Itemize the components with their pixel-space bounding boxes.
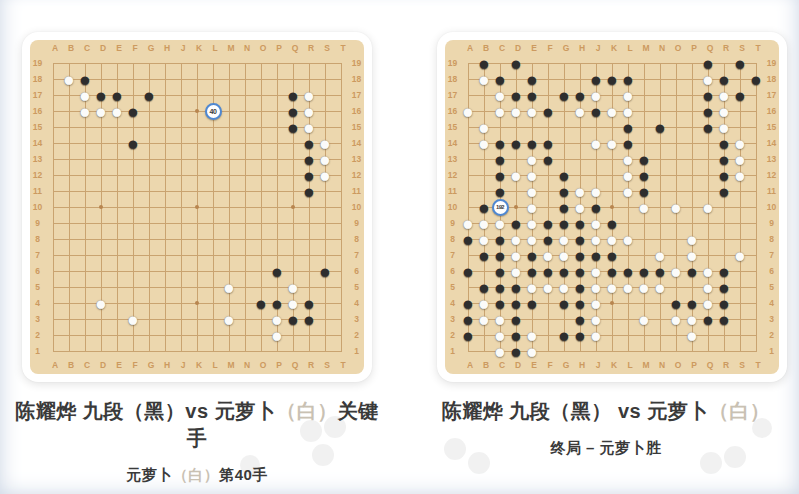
white-stone: ● xyxy=(524,279,540,295)
coord-label: N xyxy=(654,359,670,372)
coord-label: F xyxy=(127,359,143,372)
white-stone: ● xyxy=(221,311,237,327)
coord-label: 18 xyxy=(32,71,43,87)
coord-label: R xyxy=(718,359,734,372)
coord-label: 11 xyxy=(351,183,362,199)
coord-label: M xyxy=(223,359,239,372)
coord-label: 8 xyxy=(447,231,458,247)
coord-label: P xyxy=(271,359,287,372)
board-grid: ●●●●●●●●●●●●●●●●●●●●●●●●●●●●●●●●●●●●●●●●… xyxy=(460,55,764,359)
coord-label: S xyxy=(319,359,335,372)
goban-right: ABCDEFGHJKLMNOPQRST191817161514131211109… xyxy=(445,40,779,374)
black-stone: ● xyxy=(556,87,572,103)
black-stone: ● xyxy=(508,343,524,359)
white-stone: ● xyxy=(604,231,620,247)
coord-label: 6 xyxy=(766,263,777,279)
coord-label: G xyxy=(558,42,574,55)
caption-part-light: （白） xyxy=(709,400,771,422)
coord-label: P xyxy=(686,359,702,372)
goban-left: ABCDEFGHJKLMNOPQRST191817161514131211109… xyxy=(30,40,364,374)
coord-label: D xyxy=(95,359,111,372)
white-stone: ● xyxy=(620,279,636,295)
coord-label: 19 xyxy=(32,55,43,71)
black-stone: ● xyxy=(652,119,668,135)
white-stone: ● xyxy=(604,135,620,151)
coord-label: 1 xyxy=(351,343,362,359)
coord-label: N xyxy=(239,42,255,55)
white-stone: ● xyxy=(700,71,716,87)
coord-label: 1 xyxy=(766,343,777,359)
coord-label: Q xyxy=(287,359,303,372)
white-stone: ● xyxy=(460,103,476,119)
white-stone: ● xyxy=(700,199,716,215)
coord-label: Q xyxy=(702,359,718,372)
board-card-left: ABCDEFGHJKLMNOPQRST191817161514131211109… xyxy=(22,32,372,382)
white-stone: ● xyxy=(588,231,604,247)
white-stone: ● xyxy=(524,343,540,359)
coord-label: 4 xyxy=(447,295,458,311)
white-stone: ● xyxy=(732,167,748,183)
white-stone: ● xyxy=(317,167,333,183)
coord-label: 13 xyxy=(32,151,43,167)
coord-label: O xyxy=(255,42,271,55)
caption-part: 终局 – 元萝卜胜 xyxy=(550,439,661,456)
coord-label: 13 xyxy=(351,151,362,167)
black-stone: ● xyxy=(748,71,764,87)
coord-label: A xyxy=(462,42,478,55)
white-stone: ● xyxy=(476,311,492,327)
coord-label: 9 xyxy=(766,215,777,231)
coord-label: K xyxy=(606,42,622,55)
coord-label: 10 xyxy=(447,199,458,215)
black-stone: ● xyxy=(125,135,141,151)
coord-label: H xyxy=(159,42,175,55)
coord-label: T xyxy=(335,42,351,55)
coord-label: M xyxy=(638,359,654,372)
coord-label: 9 xyxy=(351,215,362,231)
white-stone: ● xyxy=(572,103,588,119)
white-stone: ● xyxy=(636,311,652,327)
white-stone: ● xyxy=(716,119,732,135)
coord-label: 12 xyxy=(32,167,43,183)
coord-label: P xyxy=(271,42,287,55)
coord-label: 7 xyxy=(447,247,458,263)
star-point xyxy=(610,301,614,305)
board-card-right: ABCDEFGHJKLMNOPQRST191817161514131211109… xyxy=(437,32,787,382)
black-stone: ● xyxy=(141,87,157,103)
white-stone: ● xyxy=(588,183,604,199)
coord-label: G xyxy=(143,359,159,372)
coord-label: 12 xyxy=(447,167,458,183)
coord-label: 18 xyxy=(447,71,458,87)
coord-label: S xyxy=(734,359,750,372)
white-stone: ● xyxy=(125,311,141,327)
white-stone: ● xyxy=(732,247,748,263)
black-stone: ● xyxy=(285,119,301,135)
white-stone: ● xyxy=(588,327,604,343)
coord-label: 14 xyxy=(447,135,458,151)
white-stone: ● xyxy=(301,119,317,135)
caption-part: 元萝卜 xyxy=(126,466,173,483)
white-stone: ● xyxy=(109,103,125,119)
coord-label: L xyxy=(622,359,638,372)
black-stone: ● xyxy=(125,103,141,119)
coord-label: 6 xyxy=(351,263,362,279)
coord-label: 4 xyxy=(766,295,777,311)
coord-label: 19 xyxy=(447,55,458,71)
black-stone: ● xyxy=(508,55,524,71)
white-stone: ● xyxy=(668,311,684,327)
coord-label: 7 xyxy=(32,247,43,263)
coord-label: T xyxy=(335,359,351,372)
white-stone: ● xyxy=(684,327,700,343)
coord-label: K xyxy=(606,359,622,372)
white-stone: ● xyxy=(620,183,636,199)
white-stone: ● xyxy=(652,247,668,263)
white-stone: ● xyxy=(540,279,556,295)
coord-label: 7 xyxy=(351,247,362,263)
coord-label: 11 xyxy=(32,183,43,199)
coord-label: 13 xyxy=(766,151,777,167)
coord-label: G xyxy=(558,359,574,372)
white-stone: ● xyxy=(61,71,77,87)
star-point xyxy=(99,205,103,209)
white-stone: ● xyxy=(604,103,620,119)
caption-right: 陈耀烨 九段（黑） vs 元萝卜（白） 终局 – 元萝卜胜 xyxy=(430,398,782,458)
white-stone: ● xyxy=(636,279,652,295)
black-stone: ● xyxy=(572,327,588,343)
coord-label: B xyxy=(63,42,79,55)
coord-label: 15 xyxy=(766,119,777,135)
coord-label: 5 xyxy=(766,279,777,295)
coord-label: 19 xyxy=(766,55,777,71)
white-stone: ● xyxy=(508,103,524,119)
black-stone: ● xyxy=(732,55,748,71)
coord-label: 16 xyxy=(766,103,777,119)
coord-label: 12 xyxy=(351,167,362,183)
coord-label: E xyxy=(526,42,542,55)
coord-label: C xyxy=(79,359,95,372)
coord-label: 15 xyxy=(351,119,362,135)
caption-part: 第40手 xyxy=(219,466,268,483)
black-stone: ● xyxy=(556,327,572,343)
white-stone: ● xyxy=(668,199,684,215)
white-stone: ● xyxy=(652,279,668,295)
caption-part-light: （白） xyxy=(173,466,220,483)
white-stone: ● xyxy=(285,295,301,311)
coord-label: M xyxy=(223,42,239,55)
white-stone: ● xyxy=(620,103,636,119)
coord-label: N xyxy=(239,359,255,372)
black-stone: ● xyxy=(540,151,556,167)
coord-label: F xyxy=(542,42,558,55)
black-stone: ● xyxy=(716,183,732,199)
coord-label: N xyxy=(654,42,670,55)
coord-label: 19 xyxy=(351,55,362,71)
coord-label: 3 xyxy=(351,311,362,327)
coord-label: 17 xyxy=(32,87,43,103)
coord-label: T xyxy=(750,359,766,372)
black-stone: ● xyxy=(317,263,333,279)
coord-label: 17 xyxy=(766,87,777,103)
black-stone: ● xyxy=(460,263,476,279)
black-stone: ● xyxy=(732,87,748,103)
white-stone: ● xyxy=(556,247,572,263)
black-stone: ● xyxy=(492,183,508,199)
coord-label: 1 xyxy=(32,343,43,359)
coord-label: 13 xyxy=(447,151,458,167)
white-stone: ● xyxy=(524,231,540,247)
black-stone: ● xyxy=(700,119,716,135)
coord-label: 14 xyxy=(351,135,362,151)
coord-label: M xyxy=(638,42,654,55)
star-point xyxy=(195,301,199,305)
coord-label: 4 xyxy=(32,295,43,311)
coord-label: 15 xyxy=(447,119,458,135)
caption-left: 陈耀烨 九段（黑）vs 元萝卜（白）关键手 元萝卜（白）第40手 xyxy=(8,398,386,485)
black-stone: ● xyxy=(301,183,317,199)
white-stone: ● xyxy=(93,295,109,311)
coord-label: 11 xyxy=(766,183,777,199)
black-stone: ● xyxy=(253,295,269,311)
white-stone: ● xyxy=(492,343,508,359)
white-stone: ● xyxy=(492,103,508,119)
coord-label: C xyxy=(79,42,95,55)
white-stone: ● xyxy=(524,103,540,119)
star-point xyxy=(291,205,295,209)
coord-label: J xyxy=(590,42,606,55)
coord-label: 2 xyxy=(351,327,362,343)
coord-label: H xyxy=(159,359,175,372)
coord-label: B xyxy=(63,359,79,372)
page: ABCDEFGHJKLMNOPQRST191817161514131211109… xyxy=(0,0,799,494)
white-stone: ● xyxy=(269,327,285,343)
star-point xyxy=(514,205,518,209)
coord-label: 6 xyxy=(32,263,43,279)
coord-label: 11 xyxy=(447,183,458,199)
coord-label: L xyxy=(207,42,223,55)
white-stone: ● xyxy=(604,279,620,295)
coord-label: 5 xyxy=(447,279,458,295)
coord-label: 17 xyxy=(351,87,362,103)
white-stone: ● xyxy=(572,199,588,215)
coord-label: 12 xyxy=(766,167,777,183)
black-stone: ● xyxy=(716,311,732,327)
white-stone: ● xyxy=(492,215,508,231)
coord-label: 9 xyxy=(447,215,458,231)
coord-label: O xyxy=(255,359,271,372)
white-stone: ● xyxy=(476,231,492,247)
white-stone: ● xyxy=(700,295,716,311)
white-stone: ● xyxy=(668,263,684,279)
coord-label: 14 xyxy=(32,135,43,151)
white-stone: ● xyxy=(476,135,492,151)
coord-label: 7 xyxy=(766,247,777,263)
coord-label: 10 xyxy=(351,199,362,215)
white-stone: ● xyxy=(476,71,492,87)
black-stone: ● xyxy=(604,71,620,87)
coord-label: 3 xyxy=(447,311,458,327)
white-stone: ● xyxy=(620,231,636,247)
coord-label: H xyxy=(574,359,590,372)
coord-label: Q xyxy=(287,42,303,55)
white-stone: ● xyxy=(460,215,476,231)
match-title-right: 陈耀烨 九段（黑） vs 元萝卜（白） xyxy=(430,398,782,425)
coord-label: 16 xyxy=(351,103,362,119)
white-stone: ● xyxy=(540,247,556,263)
marked-move-stone: 192 xyxy=(492,199,509,216)
coord-label: S xyxy=(319,42,335,55)
coord-label: E xyxy=(111,42,127,55)
coord-label: 15 xyxy=(32,119,43,135)
coord-label: 3 xyxy=(32,311,43,327)
coord-label: 17 xyxy=(447,87,458,103)
white-stone: ● xyxy=(508,167,524,183)
coord-label: J xyxy=(175,359,191,372)
coord-label: D xyxy=(95,42,111,55)
white-stone: ● xyxy=(221,279,237,295)
white-stone: ● xyxy=(636,199,652,215)
black-stone: ● xyxy=(508,135,524,151)
coord-label: 8 xyxy=(766,231,777,247)
coord-label: 9 xyxy=(32,215,43,231)
caption-part-light: （白） xyxy=(276,400,338,422)
coord-label: 2 xyxy=(766,327,777,343)
coord-label: 16 xyxy=(32,103,43,119)
star-point xyxy=(610,205,614,209)
coord-label: A xyxy=(47,42,63,55)
coord-label: 3 xyxy=(766,311,777,327)
coord-label: R xyxy=(303,359,319,372)
caption-part: 陈耀烨 九段（黑）vs 元萝卜 xyxy=(15,400,276,422)
coord-label: A xyxy=(462,359,478,372)
coord-label: O xyxy=(670,42,686,55)
white-stone: ● xyxy=(556,279,572,295)
coord-label: 14 xyxy=(766,135,777,151)
coord-label: J xyxy=(175,42,191,55)
coord-label: 5 xyxy=(32,279,43,295)
coord-label: O xyxy=(670,359,686,372)
white-stone: ● xyxy=(508,263,524,279)
coord-label: P xyxy=(686,42,702,55)
coord-label: 8 xyxy=(32,231,43,247)
board-grid: ●●●●●●●●●●●●●●●●●●●●●●●●●●●●●●●●●●●●●●●4… xyxy=(45,55,349,359)
coord-label: K xyxy=(191,42,207,55)
coord-label: 1 xyxy=(447,343,458,359)
coord-label: E xyxy=(111,359,127,372)
coord-label: 2 xyxy=(32,327,43,343)
marked-move-number: 192 xyxy=(496,204,504,210)
coord-label: 18 xyxy=(766,71,777,87)
coord-label: 10 xyxy=(32,199,43,215)
coord-label: 10 xyxy=(766,199,777,215)
coord-label: A xyxy=(47,359,63,372)
coord-label: K xyxy=(191,359,207,372)
black-stone: ● xyxy=(269,263,285,279)
black-stone: ● xyxy=(540,103,556,119)
coord-label: R xyxy=(303,42,319,55)
marked-move-number: 40 xyxy=(210,108,217,115)
coord-label: 5 xyxy=(351,279,362,295)
coord-label: G xyxy=(143,42,159,55)
black-stone: ● xyxy=(460,327,476,343)
coord-label: F xyxy=(542,359,558,372)
coord-label: 2 xyxy=(447,327,458,343)
star-point xyxy=(195,109,199,113)
move-subtitle-right: 终局 – 元萝卜胜 xyxy=(430,439,782,458)
white-stone: ● xyxy=(77,103,93,119)
coord-label: F xyxy=(127,42,143,55)
coord-label: R xyxy=(718,42,734,55)
move-subtitle-left: 元萝卜（白）第40手 xyxy=(8,466,386,485)
coord-label: 16 xyxy=(447,103,458,119)
coord-label: C xyxy=(494,42,510,55)
coord-label: L xyxy=(622,42,638,55)
marked-move-stone: 40 xyxy=(205,103,222,120)
coord-label: L xyxy=(207,359,223,372)
coord-label: 18 xyxy=(351,71,362,87)
match-title-left: 陈耀烨 九段（黑）vs 元萝卜（白）关键手 xyxy=(8,398,386,452)
coord-label: H xyxy=(574,42,590,55)
coord-label: 6 xyxy=(447,263,458,279)
white-stone: ● xyxy=(684,247,700,263)
coord-label: B xyxy=(478,359,494,372)
white-stone: ● xyxy=(93,103,109,119)
caption-part: 陈耀烨 九段（黑） vs 元萝卜 xyxy=(442,400,709,422)
coord-label: T xyxy=(750,42,766,55)
coord-label: J xyxy=(590,359,606,372)
black-stone: ● xyxy=(301,311,317,327)
star-point xyxy=(195,205,199,209)
white-stone: ● xyxy=(588,135,604,151)
coord-label: 8 xyxy=(351,231,362,247)
coord-label: 4 xyxy=(351,295,362,311)
white-stone: ● xyxy=(588,87,604,103)
